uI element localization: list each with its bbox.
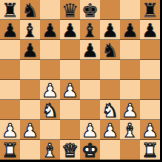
white-queen-icon: ♛: [61, 140, 78, 160]
square-d6[interactable]: [60, 40, 80, 60]
white-rook-icon: ♜: [141, 140, 158, 160]
square-h2[interactable]: ♟: [140, 120, 160, 140]
square-a2[interactable]: ♟: [0, 120, 20, 140]
square-g2[interactable]: ♝: [120, 120, 140, 140]
square-b3[interactable]: [20, 100, 40, 120]
square-b7[interactable]: ♝: [20, 20, 40, 40]
square-f1[interactable]: [100, 140, 120, 160]
square-c3[interactable]: ♞: [40, 100, 60, 120]
square-f8[interactable]: [100, 0, 120, 20]
white-pawn-icon: ♟: [41, 80, 58, 100]
square-a4[interactable]: [0, 80, 20, 100]
square-g4[interactable]: [120, 80, 140, 100]
black-pawn-icon: ♟: [101, 20, 118, 40]
square-c1[interactable]: ♝: [40, 140, 60, 160]
black-queen-icon: ♛: [61, 0, 78, 20]
square-d1[interactable]: ♛: [60, 140, 80, 160]
square-g1[interactable]: [120, 140, 140, 160]
square-c5[interactable]: [40, 60, 60, 80]
black-king-icon: ♚: [81, 0, 98, 20]
square-a1[interactable]: ♜: [0, 140, 20, 160]
square-d8[interactable]: ♛: [60, 0, 80, 20]
square-c4[interactable]: ♟: [40, 80, 60, 100]
square-d2[interactable]: [60, 120, 80, 140]
square-h7[interactable]: ♟: [140, 20, 160, 40]
black-pawn-icon: ♟: [21, 40, 38, 60]
square-e1[interactable]: ♚: [80, 140, 100, 160]
black-rook-icon: ♜: [141, 0, 158, 20]
square-e8[interactable]: ♚: [80, 0, 100, 20]
white-bishop-icon: ♝: [121, 120, 138, 140]
black-knight-icon: ♞: [21, 0, 38, 20]
square-f2[interactable]: ♟: [100, 120, 120, 140]
square-c8[interactable]: [40, 0, 60, 20]
white-pawn-icon: ♟: [101, 120, 118, 140]
square-d5[interactable]: [60, 60, 80, 80]
black-bishop-icon: ♝: [81, 20, 98, 40]
square-a5[interactable]: [0, 60, 20, 80]
square-a8[interactable]: ♜: [0, 0, 20, 20]
square-h8[interactable]: ♜: [140, 0, 160, 20]
square-h3[interactable]: [140, 100, 160, 120]
square-b5[interactable]: [20, 60, 40, 80]
square-b6[interactable]: ♟: [20, 40, 40, 60]
square-h1[interactable]: ♜: [140, 140, 160, 160]
square-h5[interactable]: [140, 60, 160, 80]
square-a7[interactable]: ♟: [0, 20, 20, 40]
black-knight-icon: ♞: [101, 40, 118, 60]
square-c6[interactable]: [40, 40, 60, 60]
white-knight-icon: ♞: [41, 100, 58, 120]
black-pawn-icon: ♟: [61, 20, 78, 40]
square-e6[interactable]: ♟: [80, 40, 100, 60]
white-pawn-icon: ♟: [121, 100, 138, 120]
square-a6[interactable]: [0, 40, 20, 60]
square-f3[interactable]: ♞: [100, 100, 120, 120]
square-f7[interactable]: ♟: [100, 20, 120, 40]
square-b2[interactable]: ♟: [20, 120, 40, 140]
white-knight-icon: ♞: [101, 100, 118, 120]
square-g5[interactable]: [120, 60, 140, 80]
square-g6[interactable]: [120, 40, 140, 60]
white-rook-icon: ♜: [1, 140, 18, 160]
square-b1[interactable]: [20, 140, 40, 160]
black-pawn-icon: ♟: [141, 20, 158, 40]
square-b8[interactable]: ♞: [20, 0, 40, 20]
square-b4[interactable]: [20, 80, 40, 100]
white-pawn-icon: ♟: [81, 120, 98, 140]
square-e2[interactable]: ♟: [80, 120, 100, 140]
white-pawn-icon: ♟: [61, 80, 78, 100]
square-h6[interactable]: [140, 40, 160, 60]
square-e5[interactable]: [80, 60, 100, 80]
black-pawn-icon: ♟: [1, 20, 18, 40]
white-bishop-icon: ♝: [41, 140, 58, 160]
square-d3[interactable]: [60, 100, 80, 120]
square-c2[interactable]: [40, 120, 60, 140]
black-pawn-icon: ♟: [121, 20, 138, 40]
black-pawn-icon: ♟: [41, 20, 58, 40]
square-e3[interactable]: [80, 100, 100, 120]
square-d4[interactable]: ♟: [60, 80, 80, 100]
square-e4[interactable]: [80, 80, 100, 100]
black-rook-icon: ♜: [1, 0, 18, 20]
square-a3[interactable]: [0, 100, 20, 120]
white-pawn-icon: ♟: [141, 120, 158, 140]
white-pawn-icon: ♟: [1, 120, 18, 140]
square-c7[interactable]: ♟: [40, 20, 60, 40]
square-d7[interactable]: ♟: [60, 20, 80, 40]
square-f6[interactable]: ♞: [100, 40, 120, 60]
square-e7[interactable]: ♝: [80, 20, 100, 40]
square-g8[interactable]: [120, 0, 140, 20]
chess-board-wrap: ♜♞♛♚♜♟♝♟♟♝♟♟♟♟♟♞♟♟♞♞♟♟♟♟♟♝♟♜♝♛♚♜: [0, 0, 162, 162]
black-pawn-icon: ♟: [81, 40, 98, 60]
chess-board: ♜♞♛♚♜♟♝♟♟♝♟♟♟♟♟♞♟♟♞♞♟♟♟♟♟♝♟♜♝♛♚♜: [0, 0, 162, 162]
square-g7[interactable]: ♟: [120, 20, 140, 40]
square-f5[interactable]: [100, 60, 120, 80]
white-king-icon: ♚: [81, 140, 98, 160]
square-f4[interactable]: [100, 80, 120, 100]
square-g3[interactable]: ♟: [120, 100, 140, 120]
white-pawn-icon: ♟: [21, 120, 38, 140]
black-bishop-icon: ♝: [21, 20, 38, 40]
square-h4[interactable]: [140, 80, 160, 100]
